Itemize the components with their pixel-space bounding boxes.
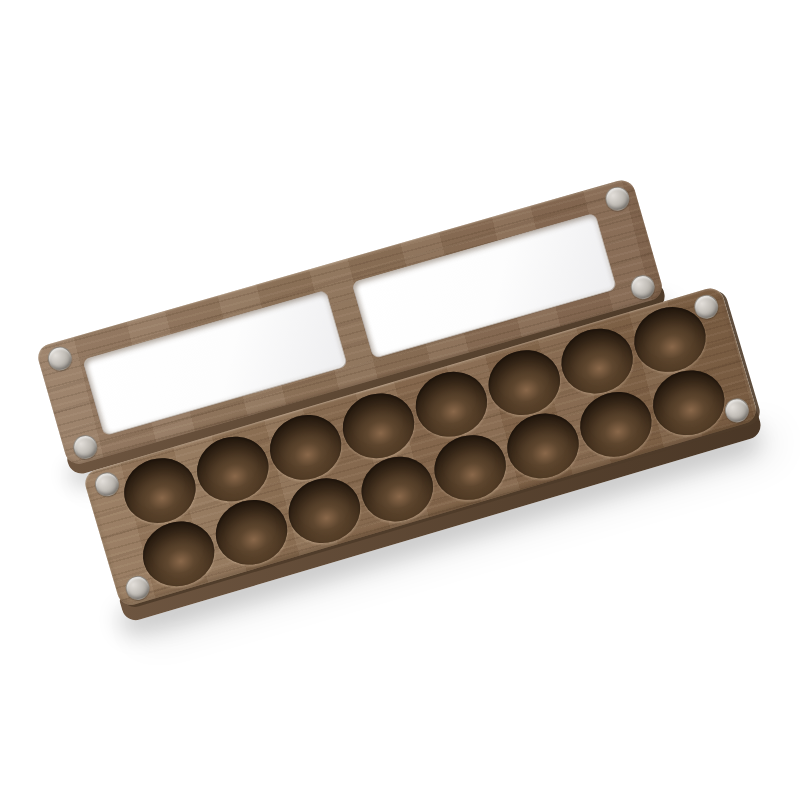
pit-row1-col6[interactable] xyxy=(481,342,568,424)
pit-row1-col2[interactable] xyxy=(189,428,276,510)
board-magnet-2 xyxy=(123,573,153,603)
lid-magnet-3 xyxy=(603,184,633,214)
lid-magnet-2 xyxy=(70,432,100,462)
mancala-travel-set xyxy=(0,0,800,800)
board-magnet-4 xyxy=(722,395,752,425)
pit-row1-col4[interactable] xyxy=(335,385,422,467)
pit-row1-col1[interactable] xyxy=(116,450,203,532)
pit-row1-col3[interactable] xyxy=(262,406,349,488)
pit-row1-col5[interactable] xyxy=(408,363,495,445)
lid-magnet-1 xyxy=(45,344,75,374)
lid-magnet-4 xyxy=(628,272,658,302)
board-magnet-1 xyxy=(92,469,122,499)
pit-row1-col7[interactable] xyxy=(554,320,641,402)
